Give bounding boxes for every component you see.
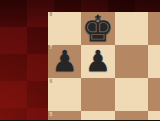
square-c7[interactable] — [115, 45, 148, 78]
square-b5[interactable] — [81, 111, 114, 120]
square-c5[interactable] — [115, 111, 148, 120]
coordinate-label-rank-8: 8 — [50, 12, 53, 17]
black-king[interactable]: ♚ — [81, 12, 114, 45]
chess-board: 8♚7♟♟65 — [48, 12, 160, 121]
square-b7[interactable]: ♟ — [81, 45, 114, 78]
square-d6[interactable] — [148, 78, 160, 111]
square-b6[interactable] — [81, 78, 114, 111]
square-c6[interactable] — [115, 78, 148, 111]
square-a6[interactable]: 6 — [48, 78, 81, 111]
coordinate-label-rank-6: 6 — [50, 79, 53, 84]
square-a8[interactable]: 8 — [48, 12, 81, 45]
square-a7[interactable]: 7♟ — [48, 45, 81, 78]
black-pawn[interactable]: ♟ — [81, 45, 114, 78]
black-pawn[interactable]: ♟ — [48, 45, 81, 78]
square-b8[interactable]: ♚ — [81, 12, 114, 45]
coordinate-label-rank-5: 5 — [50, 112, 53, 117]
square-d5[interactable] — [148, 111, 160, 120]
square-c8[interactable] — [115, 12, 148, 45]
app-window: 8♚7♟♟65 — [0, 0, 160, 120]
square-d7[interactable] — [148, 45, 160, 78]
square-d8[interactable] — [148, 12, 160, 45]
square-a5[interactable]: 5 — [48, 111, 81, 120]
